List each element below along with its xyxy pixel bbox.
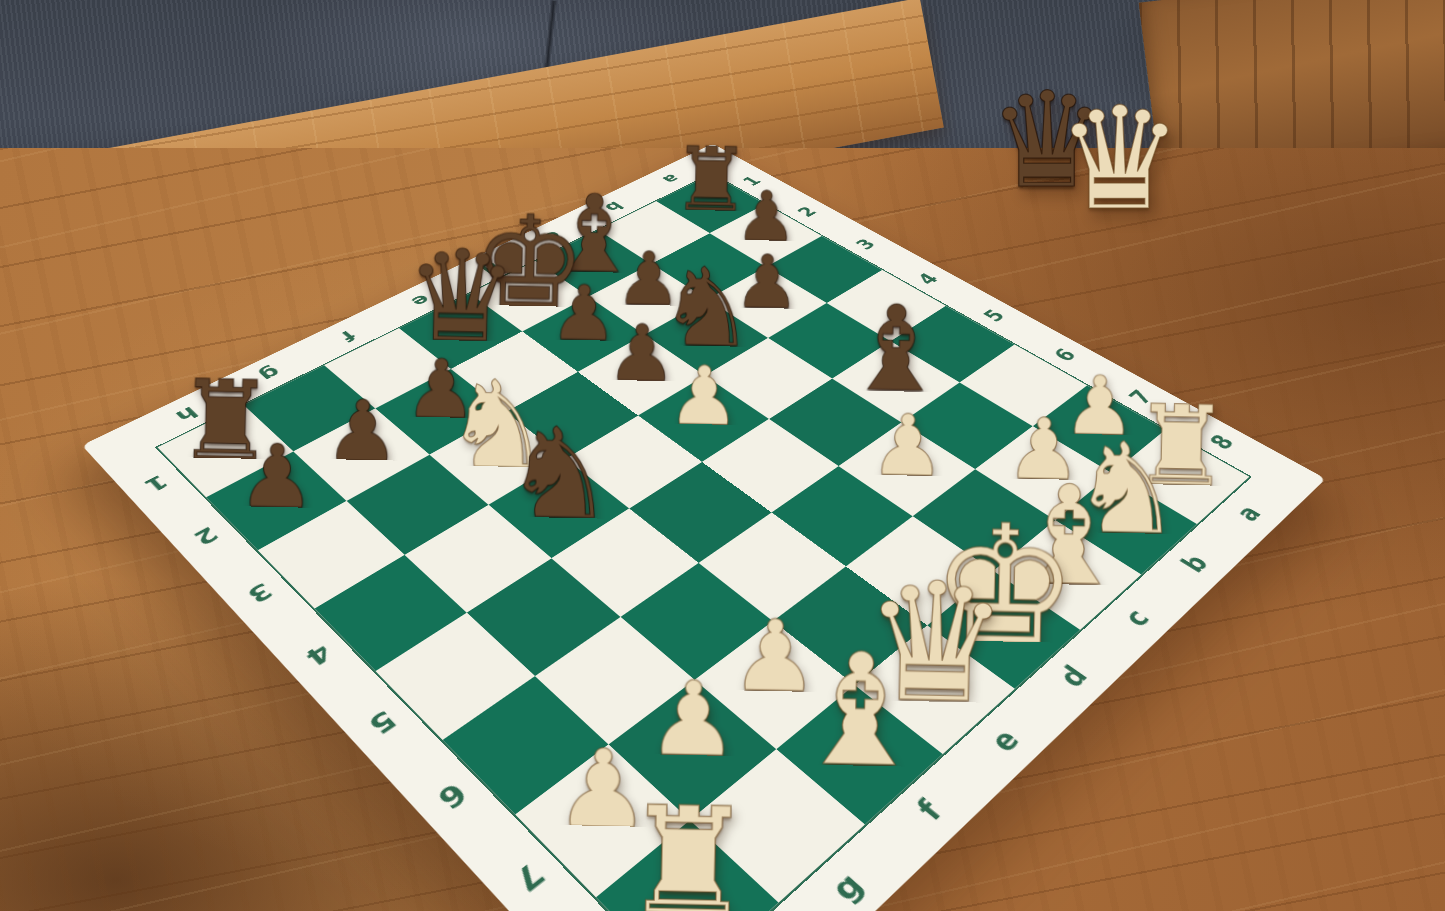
- photo-stage: { "game": "chess", "position": { "fen": …: [0, 0, 1445, 911]
- brown-bishop-b5[interactable]: ♝: [843, 290, 951, 410]
- file-label-right-e: e: [983, 722, 1027, 757]
- rank-label-top-4: 4: [299, 639, 337, 671]
- file-label-right-a: a: [1229, 500, 1267, 526]
- file-label-right-c: c: [1117, 603, 1157, 632]
- file-label-right-f: f: [910, 793, 950, 827]
- cream-pawn-d4[interactable]: ♟: [667, 355, 741, 438]
- rank-label-top-5: 5: [362, 705, 402, 740]
- square-h8[interactable]: ♜: [596, 819, 779, 911]
- rank-label-top-3: 3: [242, 578, 278, 608]
- file-label-right-b: b: [1174, 549, 1214, 577]
- rank-label-top-2: 2: [189, 522, 224, 549]
- rank-label-top-1: 1: [139, 471, 172, 496]
- cream-pawn-g7[interactable]: ♟: [646, 668, 740, 773]
- rank-label-bottom-5: 5: [978, 306, 1010, 325]
- brown-pawn-h2[interactable]: ♟: [237, 432, 317, 521]
- file-label-left-f: f: [336, 327, 361, 344]
- file-label-right-g: g: [823, 865, 871, 908]
- cream-pawn-c6[interactable]: ♟: [869, 403, 946, 489]
- cream-rook-h8[interactable]: ♜: [620, 786, 756, 911]
- rank-label-bottom-3: 3: [850, 236, 880, 253]
- rank-label-top-7: 7: [506, 856, 551, 899]
- spare-queen-cream[interactable]: ♛: [1056, 88, 1183, 230]
- rank-label-top-6: 6: [431, 777, 474, 816]
- cream-bishop-f8[interactable]: ♝: [789, 633, 930, 790]
- file-label-right-d: d: [1052, 659, 1095, 692]
- brown-pawn-g2[interactable]: ♟: [323, 388, 400, 473]
- brown-knight-f4[interactable]: ♞: [502, 411, 616, 538]
